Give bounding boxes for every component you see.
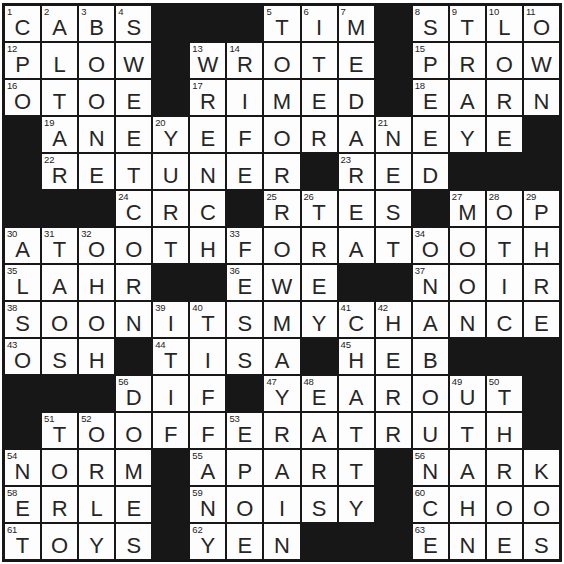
- cell-r12c14[interactable]: H: [487, 413, 522, 448]
- cell-letter: T: [312, 54, 325, 78]
- cell-r13c13[interactable]: A: [450, 450, 485, 485]
- cell-r1c4[interactable]: 4S: [116, 6, 151, 41]
- cell-r9c10[interactable]: 41C: [339, 302, 374, 337]
- cell-r7c8[interactable]: O: [264, 228, 299, 263]
- cell-r2c8[interactable]: O: [264, 43, 299, 78]
- cell-r9c5[interactable]: 39I: [153, 302, 188, 337]
- cell-letter: F: [201, 387, 214, 411]
- clue-number: 62: [192, 524, 202, 536]
- cell-r3c14[interactable]: R: [487, 80, 522, 115]
- cell-letter: R: [126, 276, 142, 300]
- cell-r8c3[interactable]: H: [79, 265, 114, 300]
- black-cell-r12c1: [5, 413, 40, 448]
- cell-r13c8[interactable]: A: [264, 450, 299, 485]
- cell-r9c11[interactable]: 42H: [376, 302, 411, 337]
- cell-r14c9[interactable]: S: [302, 487, 337, 522]
- cell-r14c2[interactable]: R: [42, 487, 77, 522]
- cell-letter: T: [461, 17, 474, 41]
- cell-letter: A: [52, 128, 67, 152]
- clue-number: 27: [452, 191, 462, 203]
- cell-r5c2[interactable]: 22R: [42, 154, 77, 189]
- cell-letter: C: [422, 498, 438, 522]
- cell-r10c8[interactable]: A: [264, 339, 299, 374]
- cell-r2c2[interactable]: L: [42, 43, 77, 78]
- cell-r2c15[interactable]: W: [524, 43, 559, 78]
- cell-r12c12[interactable]: U: [413, 413, 448, 448]
- cell-r13c6[interactable]: 55A: [190, 450, 225, 485]
- cell-r9c9[interactable]: Y: [302, 302, 337, 337]
- cell-r7c10[interactable]: A: [339, 228, 374, 263]
- cell-r7c3[interactable]: 32O: [79, 228, 114, 263]
- cell-r4c4[interactable]: E: [116, 117, 151, 152]
- cell-letter: I: [501, 276, 507, 300]
- cell-letter: W: [197, 54, 218, 78]
- cell-letter: O: [496, 54, 513, 78]
- clue-number: 12: [7, 43, 17, 55]
- cell-r4c2[interactable]: 19A: [42, 117, 77, 152]
- black-cell-r6c2: [42, 191, 77, 226]
- cell-r3c10[interactable]: D: [339, 80, 374, 115]
- cell-letter: T: [349, 424, 362, 448]
- cell-r6c9[interactable]: 26T: [302, 191, 337, 226]
- cell-letter: R: [52, 165, 68, 189]
- cell-r6c13[interactable]: 27M: [450, 191, 485, 226]
- cell-r12c5[interactable]: F: [153, 413, 188, 448]
- cell-letter: A: [52, 276, 67, 300]
- clue-number: 56: [415, 450, 425, 462]
- black-cell-r5c1: [5, 154, 40, 189]
- black-cell-r8c10: [339, 265, 374, 300]
- cell-letter: T: [201, 313, 214, 337]
- cell-letter: O: [422, 387, 439, 411]
- cell-r5c3[interactable]: E: [79, 154, 114, 189]
- cell-r5c8[interactable]: R: [264, 154, 299, 189]
- cell-r7c1[interactable]: 30A: [5, 228, 40, 263]
- cell-r1c3[interactable]: 3B: [79, 6, 114, 41]
- cell-r8c4[interactable]: R: [116, 265, 151, 300]
- cell-letter: C: [200, 202, 216, 226]
- cell-r14c13[interactable]: H: [450, 487, 485, 522]
- cell-r14c12[interactable]: 60C: [413, 487, 448, 522]
- cell-r1c10[interactable]: 7M: [339, 6, 374, 41]
- cell-r13c2[interactable]: O: [42, 450, 77, 485]
- cell-r14c8[interactable]: I: [264, 487, 299, 522]
- cell-r4c11[interactable]: 21N: [376, 117, 411, 152]
- cell-letter: E: [423, 535, 438, 559]
- cell-r1c2[interactable]: 2A: [42, 6, 77, 41]
- cell-r7c4[interactable]: O: [116, 228, 151, 263]
- cell-letter: A: [201, 461, 216, 485]
- cell-letter: Y: [349, 498, 364, 522]
- cell-r11c6[interactable]: F: [190, 376, 225, 411]
- cell-r9c14[interactable]: C: [487, 302, 522, 337]
- cell-r9c8[interactable]: M: [264, 302, 299, 337]
- cell-letter: O: [533, 17, 550, 41]
- cell-r15c1[interactable]: 61T: [5, 524, 40, 559]
- cell-r8c7[interactable]: 36E: [227, 265, 262, 300]
- cell-letter: B: [89, 17, 104, 41]
- cell-r15c12[interactable]: 63E: [413, 524, 448, 559]
- cell-r15c13[interactable]: N: [450, 524, 485, 559]
- cell-r4c3[interactable]: N: [79, 117, 114, 152]
- cell-r15c15[interactable]: S: [524, 524, 559, 559]
- cell-r1c1[interactable]: 1C: [5, 6, 40, 41]
- cell-r13c14[interactable]: R: [487, 450, 522, 485]
- cell-letter: A: [423, 313, 438, 337]
- cell-letter: R: [89, 461, 105, 485]
- cell-letter: E: [126, 128, 141, 152]
- cell-letter: O: [125, 239, 142, 263]
- cell-letter: O: [273, 239, 290, 263]
- cell-r1c8[interactable]: 5T: [264, 6, 299, 41]
- clue-number: 15: [415, 43, 425, 55]
- cell-r12c3[interactable]: 52O: [79, 413, 114, 448]
- cell-r14c7[interactable]: O: [227, 487, 262, 522]
- cell-r6c15[interactable]: 29P: [524, 191, 559, 226]
- cell-letter: I: [316, 17, 322, 41]
- cell-r7c7[interactable]: 33F: [227, 228, 262, 263]
- cell-r13c12[interactable]: 56N: [413, 450, 448, 485]
- cell-r11c12[interactable]: O: [413, 376, 448, 411]
- crossword-board: 1C2A3B4S5T6I7M8S9T10L11O12PLOW13W14ROTE1…: [0, 0, 564, 564]
- cell-r3c15[interactable]: N: [524, 80, 559, 115]
- cell-r1c13[interactable]: 9T: [450, 6, 485, 41]
- cell-r12c2[interactable]: 51T: [42, 413, 77, 448]
- cell-letter: R: [385, 387, 401, 411]
- cell-r2c12[interactable]: 15P: [413, 43, 448, 78]
- cell-r8c15[interactable]: R: [524, 265, 559, 300]
- cell-r6c10[interactable]: E: [339, 191, 374, 226]
- clue-number: 50: [489, 376, 499, 388]
- black-cell-r11c2: [42, 376, 77, 411]
- black-cell-r1c11: [376, 6, 411, 41]
- cell-r14c4[interactable]: E: [116, 487, 151, 522]
- cell-r5c4[interactable]: T: [116, 154, 151, 189]
- cell-r14c10[interactable]: Y: [339, 487, 374, 522]
- cell-letter: O: [496, 498, 513, 522]
- cell-r10c5[interactable]: 44T: [153, 339, 188, 374]
- cell-r11c4[interactable]: 56D: [116, 376, 151, 411]
- cell-r11c11[interactable]: R: [376, 376, 411, 411]
- cell-r10c1[interactable]: 43O: [5, 339, 40, 374]
- cell-r4c10[interactable]: A: [339, 117, 374, 152]
- black-cell-r6c12: [413, 191, 448, 226]
- cell-r14c1[interactable]: 58E: [5, 487, 40, 522]
- cell-letter: T: [498, 239, 511, 263]
- cell-r4c7[interactable]: F: [227, 117, 262, 152]
- cell-letter: P: [423, 54, 438, 78]
- cell-letter: O: [459, 239, 476, 263]
- cell-r5c5[interactable]: U: [153, 154, 188, 189]
- cell-r8c12[interactable]: 37N: [413, 265, 448, 300]
- cell-letter: H: [459, 498, 475, 522]
- cell-r3c8[interactable]: M: [264, 80, 299, 115]
- cell-r13c4[interactable]: M: [116, 450, 151, 485]
- cell-r4c9[interactable]: R: [302, 117, 337, 152]
- cell-r7c11[interactable]: T: [376, 228, 411, 263]
- cell-r7c14[interactable]: T: [487, 228, 522, 263]
- cell-r14c6[interactable]: 59N: [190, 487, 225, 522]
- cell-r9c4[interactable]: N: [116, 302, 151, 337]
- cell-letter: O: [459, 276, 476, 300]
- black-cell-r8c5: [153, 265, 188, 300]
- cell-r15c4[interactable]: S: [116, 524, 151, 559]
- cell-r2c1[interactable]: 12P: [5, 43, 40, 78]
- cell-r10c10[interactable]: 45H: [339, 339, 374, 374]
- black-cell-r15c9: [302, 524, 337, 559]
- cell-letter: E: [386, 350, 401, 374]
- cell-r12c6[interactable]: F: [190, 413, 225, 448]
- black-cell-r10c14: [487, 339, 522, 374]
- cell-r7c5[interactable]: T: [153, 228, 188, 263]
- black-cell-r5c9: [302, 154, 337, 189]
- cell-letter: W: [123, 54, 144, 78]
- cell-r11c14[interactable]: 50T: [487, 376, 522, 411]
- cell-letter: Y: [460, 128, 475, 152]
- cell-r10c6[interactable]: I: [190, 339, 225, 374]
- cell-r11c9[interactable]: 48E: [302, 376, 337, 411]
- cell-r6c4[interactable]: 24C: [116, 191, 151, 226]
- cell-letter: H: [89, 350, 105, 374]
- cell-r8c8[interactable]: W: [264, 265, 299, 300]
- cell-r15c2[interactable]: O: [42, 524, 77, 559]
- cell-r6c8[interactable]: 25R: [264, 191, 299, 226]
- cell-letter: R: [274, 424, 290, 448]
- cell-r11c8[interactable]: 47Y: [264, 376, 299, 411]
- black-cell-r3c11: [376, 80, 411, 115]
- cell-r4c14[interactable]: E: [487, 117, 522, 152]
- cell-r12c10[interactable]: T: [339, 413, 374, 448]
- cell-r13c7[interactable]: P: [227, 450, 262, 485]
- cell-r7c13[interactable]: O: [450, 228, 485, 263]
- clue-number: 60: [415, 487, 425, 499]
- cell-letter: P: [238, 461, 253, 485]
- cell-r3c6[interactable]: 17R: [190, 80, 225, 115]
- black-cell-r1c5: [153, 6, 188, 41]
- cell-r2c14[interactable]: O: [487, 43, 522, 78]
- black-cell-r1c6: [190, 6, 225, 41]
- cell-r9c2[interactable]: O: [42, 302, 77, 337]
- cell-r5c11[interactable]: E: [376, 154, 411, 189]
- cell-r6c5[interactable]: R: [153, 191, 188, 226]
- cell-letter: N: [274, 535, 290, 559]
- cell-r14c15[interactable]: O: [524, 487, 559, 522]
- cell-r3c9[interactable]: E: [302, 80, 337, 115]
- cell-letter: T: [53, 239, 66, 263]
- cell-r12c11[interactable]: R: [376, 413, 411, 448]
- cell-r1c12[interactable]: 8S: [413, 6, 448, 41]
- cell-letter: F: [164, 424, 177, 448]
- cell-r9c7[interactable]: S: [227, 302, 262, 337]
- cell-letter: H: [89, 276, 105, 300]
- cell-r7c12[interactable]: 34O: [413, 228, 448, 263]
- cell-r2c4[interactable]: W: [116, 43, 151, 78]
- cell-letter: S: [312, 498, 327, 522]
- cell-r12c9[interactable]: A: [302, 413, 337, 448]
- cell-letter: L: [498, 17, 510, 41]
- cell-letter: A: [52, 17, 67, 41]
- cell-r14c14[interactable]: O: [487, 487, 522, 522]
- cell-r12c13[interactable]: T: [450, 413, 485, 448]
- clue-number: 19: [44, 117, 54, 129]
- cell-r4c13[interactable]: Y: [450, 117, 485, 152]
- clue-number: 6: [304, 6, 309, 18]
- cell-letter: E: [15, 498, 30, 522]
- cell-r9c3[interactable]: O: [79, 302, 114, 337]
- clue-number: 49: [452, 376, 462, 388]
- cell-r10c2[interactable]: S: [42, 339, 77, 374]
- clue-number: 37: [415, 265, 425, 277]
- cell-r13c15[interactable]: K: [524, 450, 559, 485]
- cell-letter: C: [126, 202, 142, 226]
- cell-r7c6[interactable]: H: [190, 228, 225, 263]
- cell-r11c10[interactable]: A: [339, 376, 374, 411]
- cell-r15c3[interactable]: Y: [79, 524, 114, 559]
- cell-r3c2[interactable]: T: [42, 80, 77, 115]
- clue-number: 17: [192, 80, 202, 92]
- clue-number: 54: [7, 450, 17, 462]
- cell-letter: N: [459, 313, 475, 337]
- cell-letter: T: [53, 424, 66, 448]
- cell-r11c13[interactable]: 49U: [450, 376, 485, 411]
- cell-r9c13[interactable]: N: [450, 302, 485, 337]
- black-cell-r15c10: [339, 524, 374, 559]
- clue-number: 24: [118, 191, 128, 203]
- cell-letter: A: [275, 461, 290, 485]
- cell-r13c9[interactable]: R: [302, 450, 337, 485]
- cell-letter: O: [422, 239, 439, 263]
- cell-r13c10[interactable]: T: [339, 450, 374, 485]
- clue-number: 53: [229, 413, 239, 425]
- cell-letter: S: [126, 17, 141, 41]
- cell-r6c14[interactable]: 28O: [487, 191, 522, 226]
- cell-r10c12[interactable]: B: [413, 339, 448, 374]
- clue-number: 44: [155, 339, 165, 351]
- black-cell-r8c11: [376, 265, 411, 300]
- cell-letter: P: [15, 54, 30, 78]
- cell-r4c12[interactable]: E: [413, 117, 448, 152]
- cell-r15c14[interactable]: E: [487, 524, 522, 559]
- clue-number: 63: [415, 524, 425, 536]
- cell-r3c13[interactable]: A: [450, 80, 485, 115]
- cell-r2c10[interactable]: E: [339, 43, 374, 78]
- cell-r3c12[interactable]: 18E: [413, 80, 448, 115]
- clue-number: 33: [229, 228, 239, 240]
- cell-r8c1[interactable]: 35L: [5, 265, 40, 300]
- cell-r5c6[interactable]: N: [190, 154, 225, 189]
- clue-number: 45: [341, 339, 351, 351]
- cell-letter: R: [163, 202, 179, 226]
- cell-r8c9[interactable]: E: [302, 265, 337, 300]
- cell-r9c6[interactable]: 40T: [190, 302, 225, 337]
- cell-r11c5[interactable]: I: [153, 376, 188, 411]
- cell-r3c3[interactable]: O: [79, 80, 114, 115]
- cell-r5c12[interactable]: D: [413, 154, 448, 189]
- black-cell-r6c7: [227, 191, 262, 226]
- black-cell-r15c11: [376, 524, 411, 559]
- black-cell-r10c4: [116, 339, 151, 374]
- cell-letter: R: [496, 91, 512, 115]
- cell-r9c1[interactable]: 38S: [5, 302, 40, 337]
- cell-r2c9[interactable]: T: [302, 43, 337, 78]
- cell-r10c3[interactable]: H: [79, 339, 114, 374]
- cell-letter: T: [312, 202, 325, 226]
- cell-r15c7[interactable]: E: [227, 524, 262, 559]
- black-cell-r10c9: [302, 339, 337, 374]
- cell-r1c14[interactable]: 10L: [487, 6, 522, 41]
- clue-number: 2: [44, 6, 49, 18]
- clue-number: 58: [7, 487, 17, 499]
- cell-r12c4[interactable]: O: [116, 413, 151, 448]
- cell-r10c7[interactable]: S: [227, 339, 262, 374]
- cell-letter: T: [164, 350, 177, 374]
- cell-r2c13[interactable]: R: [450, 43, 485, 78]
- cell-r2c7[interactable]: 14R: [227, 43, 262, 78]
- cell-letter: S: [534, 535, 549, 559]
- cell-letter: R: [348, 165, 364, 189]
- cell-r13c3[interactable]: R: [79, 450, 114, 485]
- cell-letter: L: [91, 498, 103, 522]
- cell-r7c9[interactable]: R: [302, 228, 337, 263]
- cell-r5c10[interactable]: 23R: [339, 154, 374, 189]
- cell-r10c11[interactable]: E: [376, 339, 411, 374]
- cell-letter: O: [14, 91, 31, 115]
- black-cell-r1c7: [227, 6, 262, 41]
- cell-r9c12[interactable]: A: [413, 302, 448, 337]
- cell-r3c7[interactable]: I: [227, 80, 262, 115]
- cell-r2c3[interactable]: O: [79, 43, 114, 78]
- cell-r2c6[interactable]: 13W: [190, 43, 225, 78]
- cell-r6c11[interactable]: S: [376, 191, 411, 226]
- clue-number: 31: [44, 228, 54, 240]
- clue-number: 16: [7, 80, 17, 92]
- cell-letter: A: [349, 128, 364, 152]
- cell-r7c2[interactable]: 31T: [42, 228, 77, 263]
- cell-r8c2[interactable]: A: [42, 265, 77, 300]
- cell-r12c7[interactable]: 53E: [227, 413, 262, 448]
- cell-letter: A: [275, 350, 290, 374]
- cell-r12c8[interactable]: R: [264, 413, 299, 448]
- cell-r1c15[interactable]: 11O: [524, 6, 559, 41]
- cell-r4c5[interactable]: 20Y: [153, 117, 188, 152]
- cell-letter: H: [348, 350, 364, 374]
- cell-letter: R: [385, 424, 401, 448]
- cell-letter: E: [423, 128, 438, 152]
- clue-number: 23: [341, 154, 351, 166]
- cell-r1c9[interactable]: 6I: [302, 6, 337, 41]
- cell-r5c7[interactable]: E: [227, 154, 262, 189]
- cell-letter: I: [242, 91, 248, 115]
- cell-r8c13[interactable]: O: [450, 265, 485, 300]
- cell-r3c4[interactable]: E: [116, 80, 151, 115]
- cell-r14c3[interactable]: L: [79, 487, 114, 522]
- cell-r15c8[interactable]: N: [264, 524, 299, 559]
- cell-r15c6[interactable]: 62Y: [190, 524, 225, 559]
- cell-r13c1[interactable]: 54N: [5, 450, 40, 485]
- cell-r4c8[interactable]: O: [264, 117, 299, 152]
- cell-r6c6[interactable]: C: [190, 191, 225, 226]
- clue-number: 38: [7, 302, 17, 314]
- cell-r9c15[interactable]: E: [524, 302, 559, 337]
- cell-r8c14[interactable]: I: [487, 265, 522, 300]
- black-cell-r14c5: [153, 487, 188, 522]
- clue-number: 22: [44, 154, 54, 166]
- cell-letter: A: [15, 239, 30, 263]
- cell-r3c1[interactable]: 16O: [5, 80, 40, 115]
- cell-r7c15[interactable]: H: [524, 228, 559, 263]
- cell-letter: U: [459, 387, 475, 411]
- cell-r4c6[interactable]: E: [190, 117, 225, 152]
